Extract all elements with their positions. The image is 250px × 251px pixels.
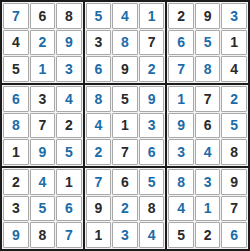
cell-r3c3[interactable]: 3 (56, 56, 82, 82)
cell-r1c4[interactable]: 5 (86, 3, 112, 29)
cell-r7c8[interactable]: 3 (195, 169, 221, 195)
cell-r7c5[interactable]: 6 (112, 169, 138, 195)
cell-r2c9[interactable]: 1 (221, 30, 247, 56)
cell-r9c4[interactable]: 1 (86, 222, 112, 248)
cell-r1c1[interactable]: 7 (3, 3, 29, 29)
sudoku-box-4: 634872195 (2, 85, 83, 166)
cell-r6c2[interactable]: 9 (30, 139, 56, 165)
cell-r2c7[interactable]: 6 (168, 30, 194, 56)
sudoku-box-3: 293651784 (167, 2, 248, 83)
cell-r7c7[interactable]: 8 (168, 169, 194, 195)
cell-r6c6[interactable]: 6 (139, 139, 165, 165)
cell-r9c3[interactable]: 7 (56, 222, 82, 248)
cell-r8c8[interactable]: 1 (195, 196, 221, 222)
cell-r6c1[interactable]: 1 (3, 139, 29, 165)
cell-r2c5[interactable]: 8 (112, 30, 138, 56)
cell-r9c1[interactable]: 9 (3, 222, 29, 248)
sudoku-box-8: 765928134 (85, 168, 166, 249)
cell-r4c8[interactable]: 7 (195, 86, 221, 112)
cell-r7c2[interactable]: 4 (30, 169, 56, 195)
cell-r4c2[interactable]: 3 (30, 86, 56, 112)
cell-r1c2[interactable]: 6 (30, 3, 56, 29)
cell-r5c6[interactable]: 3 (139, 113, 165, 139)
cell-r8c7[interactable]: 4 (168, 196, 194, 222)
cell-r2c6[interactable]: 7 (139, 30, 165, 56)
cell-r5c2[interactable]: 7 (30, 113, 56, 139)
sudoku-box-6: 172965348 (167, 85, 248, 166)
sudoku-box-9: 839417526 (167, 168, 248, 249)
cell-r6c5[interactable]: 7 (112, 139, 138, 165)
cell-r4c3[interactable]: 4 (56, 86, 82, 112)
cell-r9c5[interactable]: 3 (112, 222, 138, 248)
cell-r1c3[interactable]: 8 (56, 3, 82, 29)
cell-r3c7[interactable]: 7 (168, 56, 194, 82)
sudoku-box-1: 768429513 (2, 2, 83, 83)
cell-r6c8[interactable]: 4 (195, 139, 221, 165)
cell-r1c9[interactable]: 3 (221, 3, 247, 29)
cell-r8c3[interactable]: 6 (56, 196, 82, 222)
cell-r2c1[interactable]: 4 (3, 30, 29, 56)
cell-r4c5[interactable]: 5 (112, 86, 138, 112)
cell-r2c4[interactable]: 3 (86, 30, 112, 56)
cell-r8c9[interactable]: 7 (221, 196, 247, 222)
cell-r1c8[interactable]: 9 (195, 3, 221, 29)
cell-r4c7[interactable]: 1 (168, 86, 194, 112)
cell-r7c4[interactable]: 7 (86, 169, 112, 195)
cell-r6c7[interactable]: 3 (168, 139, 194, 165)
cell-r2c3[interactable]: 9 (56, 30, 82, 56)
cell-r9c2[interactable]: 8 (30, 222, 56, 248)
cell-r6c4[interactable]: 2 (86, 139, 112, 165)
cell-r3c8[interactable]: 8 (195, 56, 221, 82)
cell-r3c2[interactable]: 1 (30, 56, 56, 82)
cell-r3c5[interactable]: 9 (112, 56, 138, 82)
sudoku-box-7: 241356987 (2, 168, 83, 249)
cell-r5c8[interactable]: 6 (195, 113, 221, 139)
cell-r8c1[interactable]: 3 (3, 196, 29, 222)
cell-r1c5[interactable]: 4 (112, 3, 138, 29)
sudoku-box-2: 541387692 (85, 2, 166, 83)
cell-r8c4[interactable]: 9 (86, 196, 112, 222)
cell-r4c4[interactable]: 8 (86, 86, 112, 112)
cell-r3c1[interactable]: 5 (3, 56, 29, 82)
cell-r8c2[interactable]: 5 (30, 196, 56, 222)
cell-r8c6[interactable]: 8 (139, 196, 165, 222)
sudoku-board: 7684295135413876922936517846348721958594… (0, 0, 250, 251)
cell-r7c3[interactable]: 1 (56, 169, 82, 195)
cell-r9c8[interactable]: 2 (195, 222, 221, 248)
cell-r7c6[interactable]: 5 (139, 169, 165, 195)
cell-r7c1[interactable]: 2 (3, 169, 29, 195)
cell-r3c9[interactable]: 4 (221, 56, 247, 82)
cell-r5c3[interactable]: 2 (56, 113, 82, 139)
cell-r4c1[interactable]: 6 (3, 86, 29, 112)
cell-r5c5[interactable]: 1 (112, 113, 138, 139)
cell-r2c8[interactable]: 5 (195, 30, 221, 56)
cell-r5c1[interactable]: 8 (3, 113, 29, 139)
cell-r9c6[interactable]: 4 (139, 222, 165, 248)
cell-r5c4[interactable]: 4 (86, 113, 112, 139)
cell-r6c3[interactable]: 5 (56, 139, 82, 165)
sudoku-box-5: 859413276 (85, 85, 166, 166)
cell-r9c7[interactable]: 5 (168, 222, 194, 248)
cell-r8c5[interactable]: 2 (112, 196, 138, 222)
cell-r3c6[interactable]: 2 (139, 56, 165, 82)
cell-r3c4[interactable]: 6 (86, 56, 112, 82)
cell-r4c9[interactable]: 2 (221, 86, 247, 112)
cell-r6c9[interactable]: 8 (221, 139, 247, 165)
cell-r1c7[interactable]: 2 (168, 3, 194, 29)
cell-r5c7[interactable]: 9 (168, 113, 194, 139)
cell-r4c6[interactable]: 9 (139, 86, 165, 112)
cell-r2c2[interactable]: 2 (30, 30, 56, 56)
cell-r7c9[interactable]: 9 (221, 169, 247, 195)
cell-r5c9[interactable]: 5 (221, 113, 247, 139)
cell-r9c9[interactable]: 6 (221, 222, 247, 248)
cell-r1c6[interactable]: 1 (139, 3, 165, 29)
